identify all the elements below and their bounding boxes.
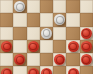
board-square-r0c5[interactable] (66, 0, 79, 13)
board-square-r1c2[interactable] (27, 13, 40, 26)
board-square-r3c5[interactable] (66, 40, 79, 53)
board-square-r4c2[interactable] (27, 53, 40, 66)
red-checker-piece[interactable] (81, 41, 92, 52)
red-checker-piece[interactable] (81, 28, 92, 39)
board-square-r0c2[interactable] (27, 0, 40, 13)
red-checker-piece[interactable] (1, 41, 12, 52)
board-square-r5c0[interactable] (0, 66, 13, 74)
red-checker-piece[interactable] (41, 68, 52, 74)
board-square-r2c1[interactable] (13, 27, 26, 40)
board-square-r1c3[interactable] (40, 13, 53, 26)
board-square-r2c0[interactable] (0, 27, 13, 40)
red-checker-piece[interactable] (68, 41, 79, 52)
board-square-r3c0[interactable] (0, 40, 13, 53)
board-square-r2c6[interactable] (80, 27, 93, 40)
checkers-board (0, 0, 93, 74)
red-checker-piece[interactable] (68, 68, 79, 74)
board-square-r4c3[interactable] (40, 53, 53, 66)
board-square-r2c3[interactable] (40, 27, 53, 40)
board-square-r1c1[interactable] (13, 13, 26, 26)
white-checker-piece[interactable] (41, 28, 52, 39)
red-checker-piece[interactable] (14, 54, 25, 65)
board-square-r3c6[interactable] (80, 40, 93, 53)
board-square-r3c3[interactable] (40, 40, 53, 53)
board-square-r5c1[interactable] (13, 66, 26, 74)
board-square-r5c2[interactable] (27, 66, 40, 74)
white-checker-piece[interactable] (54, 14, 65, 25)
board-square-r1c5[interactable] (66, 13, 79, 26)
board-square-r2c2[interactable] (27, 27, 40, 40)
board-square-r1c6[interactable] (80, 13, 93, 26)
board-square-r3c2[interactable] (27, 40, 40, 53)
red-checker-piece[interactable] (81, 54, 92, 65)
board-square-r5c5[interactable] (66, 66, 79, 74)
board-square-r4c4[interactable] (53, 53, 66, 66)
board-square-r0c6[interactable] (80, 0, 93, 13)
red-checker-piece[interactable] (1, 68, 12, 74)
checkers-board-photo (0, 0, 93, 74)
board-square-r1c0[interactable] (0, 13, 13, 26)
board-square-r3c4[interactable] (53, 40, 66, 53)
board-square-r2c4[interactable] (53, 27, 66, 40)
board-square-r0c4[interactable] (53, 0, 66, 13)
board-square-r5c4[interactable] (53, 66, 66, 74)
board-square-r4c5[interactable] (66, 53, 79, 66)
board-square-r2c5[interactable] (66, 27, 79, 40)
board-square-r4c6[interactable] (80, 53, 93, 66)
board-square-r0c3[interactable] (40, 0, 53, 13)
board-square-r1c4[interactable] (53, 13, 66, 26)
red-checker-piece[interactable] (54, 54, 65, 65)
red-checker-piece[interactable] (28, 41, 39, 52)
board-square-r5c3[interactable] (40, 66, 53, 74)
board-square-r3c1[interactable] (13, 40, 26, 53)
board-square-r4c0[interactable] (0, 53, 13, 66)
board-square-r4c1[interactable] (13, 53, 26, 66)
board-square-r5c6[interactable] (80, 66, 93, 74)
white-checker-piece[interactable] (14, 1, 25, 12)
board-square-r0c0[interactable] (0, 0, 13, 13)
red-checker-piece[interactable] (28, 68, 39, 74)
board-square-r0c1[interactable] (13, 0, 26, 13)
